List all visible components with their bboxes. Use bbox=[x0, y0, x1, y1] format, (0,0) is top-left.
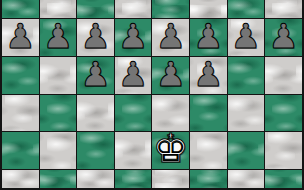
square-f5[interactable]: ♟ bbox=[190, 57, 227, 94]
square-b6[interactable]: ♟ bbox=[40, 19, 77, 56]
square-d6[interactable]: ♟ bbox=[115, 19, 152, 56]
square-g7[interactable] bbox=[228, 0, 265, 18]
white-king[interactable]: ♚ bbox=[153, 128, 189, 168]
square-f2[interactable] bbox=[190, 170, 227, 188]
chess-board: ♟♟♟♟♟♟♟♟♟♟♟♟♚ bbox=[2, 0, 302, 188]
square-g6[interactable]: ♟ bbox=[228, 19, 265, 56]
square-d5[interactable]: ♟ bbox=[115, 57, 152, 94]
square-h2[interactable] bbox=[265, 170, 302, 188]
square-a6[interactable]: ♟ bbox=[2, 19, 39, 56]
square-c6[interactable]: ♟ bbox=[77, 19, 114, 56]
square-a7[interactable] bbox=[2, 0, 39, 18]
square-d2[interactable] bbox=[115, 170, 152, 188]
square-f7[interactable] bbox=[190, 0, 227, 18]
square-d3[interactable] bbox=[115, 132, 152, 169]
black-pawn[interactable]: ♟ bbox=[118, 19, 148, 53]
black-pawn[interactable]: ♟ bbox=[231, 19, 261, 53]
black-pawn[interactable]: ♟ bbox=[155, 57, 185, 91]
square-a2[interactable] bbox=[2, 170, 39, 188]
square-h5[interactable] bbox=[265, 57, 302, 94]
square-f6[interactable]: ♟ bbox=[190, 19, 227, 56]
black-pawn[interactable]: ♟ bbox=[80, 19, 110, 53]
black-pawn[interactable]: ♟ bbox=[118, 57, 148, 91]
black-pawn[interactable]: ♟ bbox=[80, 57, 110, 91]
black-pawn[interactable]: ♟ bbox=[268, 19, 298, 53]
square-a5[interactable] bbox=[2, 57, 39, 94]
square-e3[interactable]: ♚ bbox=[152, 132, 189, 169]
square-c7[interactable] bbox=[77, 0, 114, 18]
square-e5[interactable]: ♟ bbox=[152, 57, 189, 94]
square-a4[interactable] bbox=[2, 95, 39, 132]
square-c3[interactable] bbox=[77, 132, 114, 169]
square-e7[interactable] bbox=[152, 0, 189, 18]
square-c4[interactable] bbox=[77, 95, 114, 132]
square-f4[interactable] bbox=[190, 95, 227, 132]
square-b3[interactable] bbox=[40, 132, 77, 169]
square-d4[interactable] bbox=[115, 95, 152, 132]
square-b5[interactable] bbox=[40, 57, 77, 94]
square-h6[interactable]: ♟ bbox=[265, 19, 302, 56]
square-c5[interactable]: ♟ bbox=[77, 57, 114, 94]
square-g2[interactable] bbox=[228, 170, 265, 188]
black-pawn[interactable]: ♟ bbox=[43, 19, 73, 53]
square-f3[interactable] bbox=[190, 132, 227, 169]
square-b2[interactable] bbox=[40, 170, 77, 188]
square-c2[interactable] bbox=[77, 170, 114, 188]
square-d7[interactable] bbox=[115, 0, 152, 18]
black-pawn[interactable]: ♟ bbox=[155, 19, 185, 53]
square-g5[interactable] bbox=[228, 57, 265, 94]
square-b4[interactable] bbox=[40, 95, 77, 132]
chess-app-window: ♟♟♟♟♟♟♟♟♟♟♟♟♚ bbox=[0, 0, 304, 190]
square-g3[interactable] bbox=[228, 132, 265, 169]
square-a3[interactable] bbox=[2, 132, 39, 169]
square-g4[interactable] bbox=[228, 95, 265, 132]
square-e2[interactable] bbox=[152, 170, 189, 188]
square-h3[interactable] bbox=[265, 132, 302, 169]
black-pawn[interactable]: ♟ bbox=[193, 57, 223, 91]
black-pawn[interactable]: ♟ bbox=[5, 19, 35, 53]
square-e6[interactable]: ♟ bbox=[152, 19, 189, 56]
black-pawn[interactable]: ♟ bbox=[193, 19, 223, 53]
square-b7[interactable] bbox=[40, 0, 77, 18]
square-h7[interactable] bbox=[265, 0, 302, 18]
square-h4[interactable] bbox=[265, 95, 302, 132]
